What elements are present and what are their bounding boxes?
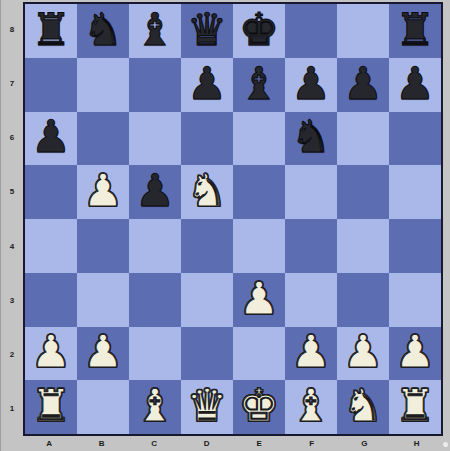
square-a7[interactable] bbox=[25, 58, 77, 112]
piece-white-pawn-b5[interactable]: ♟ bbox=[83, 166, 123, 216]
square-g8[interactable] bbox=[337, 4, 389, 58]
piece-black-rook-a8[interactable]: ♜ bbox=[31, 5, 71, 55]
square-c8[interactable]: ♝ bbox=[129, 4, 181, 58]
square-g2[interactable]: ♟ bbox=[337, 327, 389, 381]
piece-white-king-e1[interactable]: ♚ bbox=[239, 381, 279, 431]
square-d7[interactable]: ♟ bbox=[181, 58, 233, 112]
square-e4[interactable] bbox=[233, 219, 285, 273]
file-label-a: A bbox=[23, 436, 76, 450]
corner-grip-dot bbox=[443, 442, 448, 447]
piece-black-bishop-c8[interactable]: ♝ bbox=[135, 5, 175, 55]
square-b7[interactable] bbox=[77, 58, 129, 112]
square-e2[interactable] bbox=[233, 327, 285, 381]
rank-label-5: 5 bbox=[1, 165, 23, 219]
piece-white-pawn-g2[interactable]: ♟ bbox=[343, 327, 383, 377]
square-c5[interactable]: ♟ bbox=[129, 165, 181, 219]
square-f6[interactable]: ♞ bbox=[285, 112, 337, 166]
square-f1[interactable]: ♝ bbox=[285, 380, 337, 434]
square-e6[interactable] bbox=[233, 112, 285, 166]
square-c6[interactable] bbox=[129, 112, 181, 166]
piece-black-queen-d8[interactable]: ♛ bbox=[187, 5, 227, 55]
square-f7[interactable]: ♟ bbox=[285, 58, 337, 112]
square-a8[interactable]: ♜ bbox=[25, 4, 77, 58]
square-b4[interactable] bbox=[77, 219, 129, 273]
rank-label-7: 7 bbox=[1, 56, 23, 110]
square-f4[interactable] bbox=[285, 219, 337, 273]
square-c3[interactable] bbox=[129, 273, 181, 327]
square-e5[interactable] bbox=[233, 165, 285, 219]
piece-black-pawn-f7[interactable]: ♟ bbox=[291, 59, 331, 109]
square-g3[interactable] bbox=[337, 273, 389, 327]
square-d8[interactable]: ♛ bbox=[181, 4, 233, 58]
square-g4[interactable] bbox=[337, 219, 389, 273]
square-e8[interactable]: ♚ bbox=[233, 4, 285, 58]
square-f3[interactable] bbox=[285, 273, 337, 327]
piece-white-pawn-e3[interactable]: ♟ bbox=[239, 274, 279, 324]
square-e3[interactable]: ♟ bbox=[233, 273, 285, 327]
piece-black-knight-b8[interactable]: ♞ bbox=[83, 5, 123, 55]
rank-label-6: 6 bbox=[1, 111, 23, 165]
chess-board[interactable]: ♜♞♝♛♚♜♟♝♟♟♟♟♞♟♟♞♟♟♟♟♟♟♜♝♛♚♝♞♜ bbox=[23, 2, 443, 436]
square-h5[interactable] bbox=[389, 165, 441, 219]
file-label-d: D bbox=[181, 436, 234, 450]
rank-label-1: 1 bbox=[1, 382, 23, 436]
file-label-f: F bbox=[286, 436, 339, 450]
square-h3[interactable] bbox=[389, 273, 441, 327]
square-b8[interactable]: ♞ bbox=[77, 4, 129, 58]
square-b2[interactable]: ♟ bbox=[77, 327, 129, 381]
square-d4[interactable] bbox=[181, 219, 233, 273]
piece-white-rook-h1[interactable]: ♜ bbox=[395, 381, 435, 431]
file-label-e: E bbox=[233, 436, 286, 450]
piece-white-bishop-c1[interactable]: ♝ bbox=[135, 381, 175, 431]
piece-white-pawn-b2[interactable]: ♟ bbox=[83, 327, 123, 377]
piece-white-knight-g1[interactable]: ♞ bbox=[343, 381, 383, 431]
square-d5[interactable]: ♞ bbox=[181, 165, 233, 219]
square-e7[interactable]: ♝ bbox=[233, 58, 285, 112]
rank-label-8: 8 bbox=[1, 2, 23, 56]
square-b1[interactable] bbox=[77, 380, 129, 434]
square-d2[interactable] bbox=[181, 327, 233, 381]
piece-black-pawn-a6[interactable]: ♟ bbox=[31, 112, 71, 162]
square-h2[interactable]: ♟ bbox=[389, 327, 441, 381]
square-f2[interactable]: ♟ bbox=[285, 327, 337, 381]
square-d1[interactable]: ♛ bbox=[181, 380, 233, 434]
piece-white-bishop-f1[interactable]: ♝ bbox=[291, 381, 331, 431]
square-b6[interactable] bbox=[77, 112, 129, 166]
square-h4[interactable] bbox=[389, 219, 441, 273]
piece-white-rook-a1[interactable]: ♜ bbox=[31, 381, 71, 431]
square-g1[interactable]: ♞ bbox=[337, 380, 389, 434]
piece-black-pawn-h7[interactable]: ♟ bbox=[395, 59, 435, 109]
rank-labels: 87654321 bbox=[1, 2, 23, 436]
square-h8[interactable]: ♜ bbox=[389, 4, 441, 58]
file-label-b: B bbox=[76, 436, 129, 450]
square-f5[interactable] bbox=[285, 165, 337, 219]
square-h6[interactable] bbox=[389, 112, 441, 166]
piece-black-rook-h8[interactable]: ♜ bbox=[395, 5, 435, 55]
square-g6[interactable] bbox=[337, 112, 389, 166]
square-g5[interactable] bbox=[337, 165, 389, 219]
square-e1[interactable]: ♚ bbox=[233, 380, 285, 434]
square-a4[interactable] bbox=[25, 219, 77, 273]
file-labels: ABCDEFGH bbox=[23, 436, 443, 450]
file-label-c: C bbox=[128, 436, 181, 450]
piece-black-pawn-c5[interactable]: ♟ bbox=[135, 166, 175, 216]
square-b5[interactable]: ♟ bbox=[77, 165, 129, 219]
square-a5[interactable] bbox=[25, 165, 77, 219]
piece-black-bishop-e7[interactable]: ♝ bbox=[239, 59, 279, 109]
piece-black-knight-f6[interactable]: ♞ bbox=[291, 112, 331, 162]
square-b3[interactable] bbox=[77, 273, 129, 327]
chess-board-frame: 87654321 ♜♞♝♛♚♜♟♝♟♟♟♟♞♟♟♞♟♟♟♟♟♟♜♝♛♚♝♞♜ A… bbox=[0, 0, 450, 451]
piece-black-king-e8[interactable]: ♚ bbox=[239, 5, 279, 55]
square-c2[interactable] bbox=[129, 327, 181, 381]
piece-white-pawn-h2[interactable]: ♟ bbox=[395, 327, 435, 377]
file-label-h: H bbox=[391, 436, 444, 450]
rank-label-3: 3 bbox=[1, 273, 23, 327]
square-a6[interactable]: ♟ bbox=[25, 112, 77, 166]
piece-white-queen-d1[interactable]: ♛ bbox=[187, 381, 227, 431]
square-d6[interactable] bbox=[181, 112, 233, 166]
square-c4[interactable] bbox=[129, 219, 181, 273]
square-a2[interactable]: ♟ bbox=[25, 327, 77, 381]
rank-label-4: 4 bbox=[1, 219, 23, 273]
piece-black-pawn-d7[interactable]: ♟ bbox=[187, 59, 227, 109]
square-a1[interactable]: ♜ bbox=[25, 380, 77, 434]
rank-label-2: 2 bbox=[1, 328, 23, 382]
square-h1[interactable]: ♜ bbox=[389, 380, 441, 434]
square-c1[interactable]: ♝ bbox=[129, 380, 181, 434]
piece-black-pawn-g7[interactable]: ♟ bbox=[343, 59, 383, 109]
piece-white-pawn-a2[interactable]: ♟ bbox=[31, 327, 71, 377]
square-f8[interactable] bbox=[285, 4, 337, 58]
square-g7[interactable]: ♟ bbox=[337, 58, 389, 112]
square-h7[interactable]: ♟ bbox=[389, 58, 441, 112]
square-a3[interactable] bbox=[25, 273, 77, 327]
square-d3[interactable] bbox=[181, 273, 233, 327]
piece-white-pawn-f2[interactable]: ♟ bbox=[291, 327, 331, 377]
square-c7[interactable] bbox=[129, 58, 181, 112]
piece-white-knight-d5[interactable]: ♞ bbox=[187, 166, 227, 216]
file-label-g: G bbox=[338, 436, 391, 450]
